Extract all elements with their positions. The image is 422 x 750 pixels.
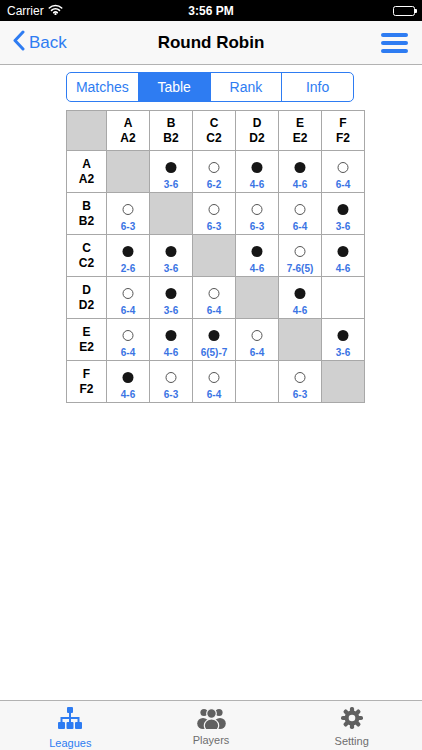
result-cell-C-vs-B[interactable]: 3-6 [150, 235, 193, 277]
match-score: 3-6 [150, 305, 192, 316]
result-cell-B-vs-F[interactable]: 3-6 [322, 193, 365, 235]
tab-bar: Leagues Players [0, 700, 422, 750]
match-score: 6-4 [193, 389, 235, 400]
match-score: 4-6 [107, 389, 149, 400]
result-cell-D-vs-F-empty[interactable] [322, 277, 365, 319]
filled-circle-icon [166, 162, 177, 173]
filled-circle-icon [166, 246, 177, 257]
match-score: 6-3 [107, 221, 149, 232]
filled-circle-icon [252, 246, 263, 257]
filled-circle-icon [166, 330, 177, 341]
col-header-F: FF2 [322, 111, 365, 151]
col-header-A: AA2 [107, 111, 150, 151]
match-score: 3-6 [322, 221, 364, 232]
match-score: 3-6 [322, 347, 364, 358]
status-bar: Carrier 3:56 PM [0, 0, 422, 21]
result-cell-E-vs-D[interactable]: 6-4 [236, 319, 279, 361]
result-cell-F-vs-C[interactable]: 6-4 [193, 361, 236, 403]
result-cell-B-vs-C[interactable]: 6-3 [193, 193, 236, 235]
match-score: 6-4 [279, 221, 321, 232]
diagonal-cell-E [279, 319, 322, 361]
tab-table[interactable]: Table [138, 73, 210, 101]
open-circle-icon [295, 246, 306, 257]
match-score: 4-6 [279, 305, 321, 316]
match-score: 6-4 [107, 347, 149, 358]
filled-circle-icon [252, 162, 263, 173]
result-cell-F-vs-A[interactable]: 4-6 [107, 361, 150, 403]
match-score: 6-2 [193, 179, 235, 190]
result-cell-A-vs-B[interactable]: 3-6 [150, 151, 193, 193]
diagonal-cell-F [322, 361, 365, 403]
hierarchy-icon [57, 706, 83, 736]
battery-icon [393, 6, 415, 16]
open-circle-icon [209, 288, 220, 299]
match-score: 7-6(5) [279, 263, 321, 274]
match-score: 3-6 [150, 263, 192, 274]
match-score: 6-4 [193, 305, 235, 316]
result-cell-F-vs-E[interactable]: 6-3 [279, 361, 322, 403]
match-score: 4-6 [150, 347, 192, 358]
match-score: 6-4 [236, 347, 278, 358]
row-header-B: BB2 [67, 193, 107, 235]
result-cell-F-vs-B[interactable]: 6-3 [150, 361, 193, 403]
menu-button[interactable] [379, 29, 410, 57]
match-score: 4-6 [322, 263, 364, 274]
col-header-E: EE2 [279, 111, 322, 151]
result-cell-B-vs-D[interactable]: 6-3 [236, 193, 279, 235]
filled-circle-icon [209, 330, 220, 341]
tabbar-label-setting: Setting [335, 735, 369, 747]
tab-rank[interactable]: Rank [210, 73, 282, 101]
row-header-A: AA2 [67, 151, 107, 193]
match-score: 4-6 [279, 179, 321, 190]
filled-circle-icon [123, 372, 134, 383]
tabbar-item-leagues[interactable]: Leagues [0, 701, 141, 750]
result-cell-C-vs-D[interactable]: 4-6 [236, 235, 279, 277]
row-header-E: EE2 [67, 319, 107, 361]
open-circle-icon [209, 372, 220, 383]
match-score: 4-6 [236, 179, 278, 190]
tab-info[interactable]: Info [281, 73, 353, 101]
tabbar-item-players[interactable]: Players [141, 701, 282, 750]
table-corner-cell [67, 111, 107, 151]
result-cell-E-vs-B[interactable]: 4-6 [150, 319, 193, 361]
tab-matches[interactable]: Matches [67, 73, 138, 101]
match-score: 6-3 [236, 221, 278, 232]
open-circle-icon [252, 204, 263, 215]
match-score: 6-4 [322, 179, 364, 190]
people-icon [197, 706, 226, 733]
segmented-control: Matches Table Rank Info [66, 72, 354, 102]
match-score: 4-6 [236, 263, 278, 274]
open-circle-icon [209, 204, 220, 215]
row-header-D: DD2 [67, 277, 107, 319]
row-header-F: FF2 [67, 361, 107, 403]
tabbar-item-setting[interactable]: Setting [281, 701, 422, 750]
filled-circle-icon [295, 162, 306, 173]
result-cell-C-vs-F[interactable]: 4-6 [322, 235, 365, 277]
result-cell-B-vs-A[interactable]: 6-3 [107, 193, 150, 235]
diagonal-cell-B [150, 193, 193, 235]
open-circle-icon [123, 204, 134, 215]
back-label: Back [29, 33, 67, 53]
match-score: 6-3 [150, 389, 192, 400]
col-header-B: BB2 [150, 111, 193, 151]
open-circle-icon [123, 288, 134, 299]
filled-circle-icon [338, 246, 349, 257]
result-cell-D-vs-C[interactable]: 6-4 [193, 277, 236, 319]
open-circle-icon [252, 330, 263, 341]
open-circle-icon [209, 162, 220, 173]
hamburger-icon [381, 33, 408, 37]
result-cell-E-vs-A[interactable]: 6-4 [107, 319, 150, 361]
col-header-D: DD2 [236, 111, 279, 151]
result-cell-B-vs-E[interactable]: 6-4 [279, 193, 322, 235]
open-circle-icon [338, 162, 349, 173]
result-cell-A-vs-F[interactable]: 6-4 [322, 151, 365, 193]
filled-circle-icon [295, 288, 306, 299]
result-cell-A-vs-D[interactable]: 4-6 [236, 151, 279, 193]
open-circle-icon [166, 372, 177, 383]
match-score: 2-6 [107, 263, 149, 274]
match-score: 6-3 [279, 389, 321, 400]
diagonal-cell-A [107, 151, 150, 193]
result-cell-D-vs-E[interactable]: 4-6 [279, 277, 322, 319]
nav-bar: Back Round Robin [0, 21, 422, 65]
match-score: 6(5)-7 [193, 347, 235, 358]
diagonal-cell-D [236, 277, 279, 319]
result-cell-A-vs-C[interactable]: 6-2 [193, 151, 236, 193]
result-cell-C-vs-E[interactable]: 7-6(5) [279, 235, 322, 277]
open-circle-icon [295, 204, 306, 215]
col-header-C: CC2 [193, 111, 236, 151]
clock: 3:56 PM [0, 4, 422, 18]
filled-circle-icon [123, 246, 134, 257]
gear-icon [340, 706, 364, 734]
result-cell-D-vs-B[interactable]: 3-6 [150, 277, 193, 319]
tabbar-label-leagues: Leagues [49, 737, 91, 749]
open-circle-icon [295, 372, 306, 383]
tabbar-label-players: Players [193, 734, 230, 746]
diagonal-cell-C [193, 235, 236, 277]
filled-circle-icon [338, 204, 349, 215]
result-cell-D-vs-A[interactable]: 6-4 [107, 277, 150, 319]
result-cell-E-vs-F[interactable]: 3-6 [322, 319, 365, 361]
result-cell-C-vs-A[interactable]: 2-6 [107, 235, 150, 277]
match-score: 3-6 [150, 179, 192, 190]
match-score: 6-4 [107, 305, 149, 316]
result-cell-E-vs-C[interactable]: 6(5)-7 [193, 319, 236, 361]
filled-circle-icon [338, 330, 349, 341]
filled-circle-icon [166, 288, 177, 299]
open-circle-icon [123, 330, 134, 341]
result-cell-F-vs-D-empty[interactable] [236, 361, 279, 403]
back-button[interactable]: Back [12, 30, 67, 56]
results-table: AA2BB2CC2DD2EE2FF2AA23-66-24-64-66-4BB26… [66, 110, 365, 403]
back-chevron-icon [12, 30, 25, 56]
row-header-C: CC2 [67, 235, 107, 277]
match-score: 6-3 [193, 221, 235, 232]
result-cell-A-vs-E[interactable]: 4-6 [279, 151, 322, 193]
